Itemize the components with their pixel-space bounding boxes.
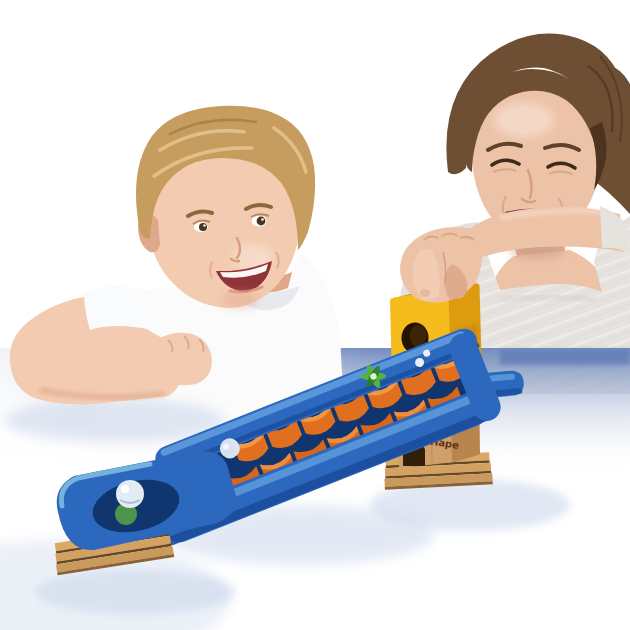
boy-sleeve — [84, 286, 162, 330]
boy-fist — [154, 333, 212, 386]
scene-illustration: Hape — [0, 0, 630, 630]
marble-clear — [116, 480, 144, 508]
photo-canvas: Hape — [0, 0, 630, 630]
